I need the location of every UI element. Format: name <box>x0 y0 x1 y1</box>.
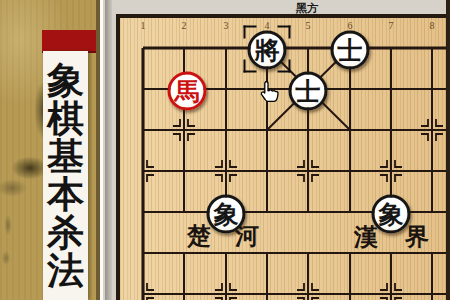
selection-brackets <box>244 26 291 73</box>
black-advisor-piece[interactable]: 士 <box>289 72 328 111</box>
river-label-chu: 楚 <box>187 220 211 252</box>
column-number: 5 <box>306 20 311 31</box>
window-left-highlight <box>100 0 103 300</box>
lesson-title: 象 棋 基 本 杀 法 <box>43 62 88 290</box>
piece-glyph: 象 <box>379 198 404 231</box>
window-left-groove <box>105 0 112 300</box>
title-char: 杀 <box>47 214 84 252</box>
piece-glyph: 士 <box>296 75 321 108</box>
piece-glyph: 士 <box>338 34 363 67</box>
river-label-han: 漢 <box>354 221 378 253</box>
piece-glyph: 馬 <box>175 75 200 108</box>
column-number: 7 <box>389 20 394 31</box>
column-number: 8 <box>430 20 435 31</box>
title-char: 基 <box>47 138 84 176</box>
river-label-jie: 界 <box>405 221 429 253</box>
banner-red-block <box>42 30 96 53</box>
screenshot-stage: 象 棋 基 本 杀 法 黑方 1 2 3 4 5 6 7 8 9 楚 河 漢 界… <box>0 0 450 300</box>
black-elephant-piece[interactable]: 象 <box>372 195 411 234</box>
title-char: 象 <box>47 62 84 100</box>
title-banner: 象 棋 基 本 杀 法 <box>43 51 88 300</box>
window-right-edge <box>446 0 450 300</box>
black-elephant-piece[interactable]: 象 <box>207 195 246 234</box>
black-advisor-piece[interactable]: 士 <box>331 31 370 70</box>
column-number: 1 <box>141 20 146 31</box>
red-horse-piece[interactable]: 馬 <box>168 72 207 111</box>
title-char: 棋 <box>47 100 84 138</box>
column-number: 2 <box>182 20 187 31</box>
column-number: 3 <box>224 20 229 31</box>
piece-glyph: 象 <box>214 198 239 231</box>
column-number: 6 <box>348 20 353 31</box>
title-char: 本 <box>47 176 84 214</box>
title-char: 法 <box>47 252 84 290</box>
